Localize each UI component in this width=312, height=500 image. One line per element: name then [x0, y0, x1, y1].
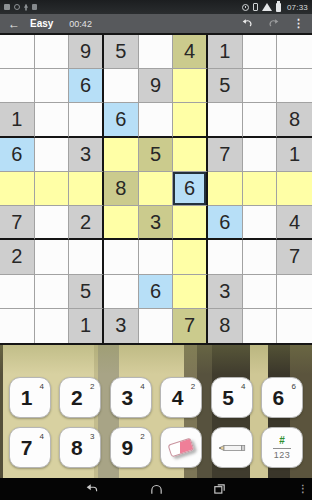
key-2-label: 2	[71, 386, 83, 410]
sudoku-board: 9541695168635718672364275631378	[0, 33, 312, 345]
cell-r1c1[interactable]	[0, 35, 35, 69]
usb-icon	[24, 4, 28, 11]
cell-r2c2[interactable]	[35, 69, 70, 103]
status-right-icons: 07:33	[242, 3, 308, 12]
cell-r2c4[interactable]	[104, 69, 139, 103]
cell-r4c6[interactable]	[173, 138, 208, 172]
status-bar: 07:33	[0, 0, 312, 14]
key-1[interactable]: 14	[9, 377, 51, 418]
keypad-row-2: 74 83 92 # 123	[0, 418, 312, 468]
cell-r8c1[interactable]	[0, 275, 35, 309]
cell-r3c5[interactable]	[139, 103, 174, 137]
cell-r1c9[interactable]	[277, 35, 312, 69]
cell-r5c7[interactable]	[208, 172, 243, 206]
cell-r2c6[interactable]	[173, 69, 208, 103]
cell-r7c9[interactable]: 7	[277, 240, 312, 274]
nav-recents-icon[interactable]	[212, 482, 227, 496]
cell-r8c5[interactable]: 6	[139, 275, 174, 309]
key-6-count: 6	[292, 382, 296, 391]
cell-r2c8[interactable]	[243, 69, 278, 103]
key-1-label: 1	[21, 386, 33, 410]
cell-r7c8[interactable]	[243, 240, 278, 274]
eraser-icon	[168, 438, 195, 458]
cell-r4c1[interactable]: 6	[0, 138, 35, 172]
cell-r9c6[interactable]: 7	[173, 309, 208, 343]
cell-r5c6[interactable]: 6	[173, 172, 208, 206]
key-3-count: 4	[140, 382, 144, 391]
input-mode-toggle-button[interactable]: # 123	[261, 427, 303, 468]
pencil-icon	[218, 444, 246, 452]
undo-icon[interactable]	[240, 18, 254, 30]
cell-r5c1[interactable]	[0, 172, 35, 206]
key-4-count: 2	[191, 382, 195, 391]
cell-r3c8[interactable]	[243, 103, 278, 137]
difficulty-title: Easy	[30, 18, 53, 29]
key-5-count: 4	[241, 382, 245, 391]
key-5-label: 5	[222, 386, 234, 410]
key-8-count: 3	[90, 432, 94, 441]
key-1-count: 4	[40, 382, 44, 391]
cell-r6c2[interactable]	[35, 206, 70, 240]
cell-r6c8[interactable]	[243, 206, 278, 240]
cell-r7c1[interactable]: 2	[0, 240, 35, 274]
cell-r3c7[interactable]	[208, 103, 243, 137]
cell-r3c4[interactable]: 6	[104, 103, 139, 137]
pencil-button[interactable]	[211, 427, 253, 468]
cell-r1c6[interactable]: 4	[173, 35, 208, 69]
back-arrow-icon[interactable]: ←	[8, 18, 20, 30]
cell-r4c3[interactable]: 3	[69, 138, 104, 172]
cell-r8c7[interactable]: 3	[208, 275, 243, 309]
cell-r2c7[interactable]: 5	[208, 69, 243, 103]
cell-r4c5[interactable]: 5	[139, 138, 174, 172]
cell-r5c3[interactable]	[69, 172, 104, 206]
cell-r9c5[interactable]	[139, 309, 174, 343]
key-7-label: 7	[21, 436, 33, 460]
cell-r9c8[interactable]	[243, 309, 278, 343]
cell-r5c5[interactable]	[139, 172, 174, 206]
cell-r3c3[interactable]	[69, 103, 104, 137]
cell-r2c9[interactable]	[277, 69, 312, 103]
key-3[interactable]: 34	[110, 377, 152, 418]
cell-r6c5[interactable]: 3	[139, 206, 174, 240]
cell-r1c7[interactable]: 1	[208, 35, 243, 69]
clock-text: 07:33	[287, 3, 308, 12]
nav-home-icon[interactable]	[149, 482, 164, 496]
key-4-label: 4	[172, 386, 184, 410]
cell-r3c6[interactable]	[173, 103, 208, 137]
cell-r5c2[interactable]	[35, 172, 70, 206]
keypad-row-1: 14 22 34 42 54 66	[0, 345, 312, 418]
key-6[interactable]: 66	[261, 377, 303, 418]
number-mode-icon: # 123	[273, 436, 291, 460]
toggle-hash-label: #	[279, 436, 285, 446]
cell-r9c4[interactable]: 3	[104, 309, 139, 343]
key-2[interactable]: 22	[59, 377, 101, 418]
cell-r3c2[interactable]	[35, 103, 70, 137]
battery-icon	[276, 3, 281, 12]
cell-r8c3[interactable]: 5	[69, 275, 104, 309]
cell-r4c9[interactable]: 1	[277, 138, 312, 172]
toggle-123-label: 123	[274, 451, 291, 460]
cell-r3c9[interactable]: 8	[277, 103, 312, 137]
eraser-button[interactable]	[160, 427, 202, 468]
key-3-label: 3	[121, 386, 133, 410]
cell-r6c4[interactable]	[104, 206, 139, 240]
key-4[interactable]: 42	[160, 377, 202, 418]
nav-menu-icon[interactable]: ⋮	[298, 482, 308, 496]
key-8-label: 8	[71, 436, 83, 460]
cell-r7c6[interactable]	[173, 240, 208, 274]
cell-r6c6[interactable]	[173, 206, 208, 240]
cell-r9c3[interactable]: 1	[69, 309, 104, 343]
toggle-divider	[273, 448, 291, 449]
overflow-menu-icon[interactable]: ⋮	[293, 18, 304, 29]
cell-r7c5[interactable]	[139, 240, 174, 274]
cell-r6c9[interactable]: 4	[277, 206, 312, 240]
cell-r3c1[interactable]: 1	[0, 103, 35, 137]
cell-r4c4[interactable]	[104, 138, 139, 172]
cell-r6c1[interactable]: 7	[0, 206, 35, 240]
cell-r9c1[interactable]	[0, 309, 35, 343]
cell-r1c3[interactable]: 9	[69, 35, 104, 69]
cell-r4c2[interactable]	[35, 138, 70, 172]
alarm-icon	[242, 4, 249, 11]
cell-r7c2[interactable]	[35, 240, 70, 274]
cell-r1c5[interactable]	[139, 35, 174, 69]
alert-icon	[14, 4, 20, 10]
key-5[interactable]: 54	[211, 377, 253, 418]
status-left-icons	[4, 4, 37, 11]
cell-r5c8[interactable]	[243, 172, 278, 206]
cell-r8c9[interactable]	[277, 275, 312, 309]
redo-icon[interactable]	[267, 18, 281, 30]
cell-r8c8[interactable]	[243, 275, 278, 309]
key-9[interactable]: 92	[110, 427, 152, 468]
cell-r2c5[interactable]: 9	[139, 69, 174, 103]
cell-r9c2[interactable]	[35, 309, 70, 343]
nav-bar: ⋮	[0, 478, 312, 500]
key-6-label: 6	[273, 386, 285, 410]
cell-r7c7[interactable]	[208, 240, 243, 274]
vibrate-icon	[253, 3, 258, 11]
storage-icon	[32, 4, 37, 10]
cell-r1c4[interactable]: 5	[104, 35, 139, 69]
cell-r6c7[interactable]: 6	[208, 206, 243, 240]
game-timer: 00:42	[69, 19, 92, 29]
key-9-count: 2	[140, 432, 144, 441]
cell-r7c4[interactable]	[104, 240, 139, 274]
cell-r4c8[interactable]	[243, 138, 278, 172]
cell-r1c2[interactable]	[35, 35, 70, 69]
cell-r7c3[interactable]	[69, 240, 104, 274]
key-9-label: 9	[121, 436, 133, 460]
cell-r9c7[interactable]: 8	[208, 309, 243, 343]
cell-r8c4[interactable]	[104, 275, 139, 309]
cell-r8c6[interactable]	[173, 275, 208, 309]
cell-r4c7[interactable]: 7	[208, 138, 243, 172]
key-7[interactable]: 74	[9, 427, 51, 468]
keypad-area: 14 22 34 42 54 66 74 83 92 # 123	[0, 345, 312, 478]
wifi-icon	[262, 3, 272, 11]
cell-r5c9[interactable]	[277, 172, 312, 206]
cell-r9c9[interactable]	[277, 309, 312, 343]
screenshot-icon	[4, 4, 10, 10]
nav-back-icon[interactable]	[85, 482, 100, 496]
cell-r6c3[interactable]: 2	[69, 206, 104, 240]
cell-r8c2[interactable]	[35, 275, 70, 309]
sudoku-app-screen: 07:33 ← Easy 00:42 ⋮ 9541695168635718672…	[0, 0, 312, 500]
cell-r1c8[interactable]	[243, 35, 278, 69]
cell-r2c1[interactable]	[0, 69, 35, 103]
key-7-count: 4	[40, 432, 44, 441]
app-bar: ← Easy 00:42 ⋮	[0, 14, 312, 33]
key-8[interactable]: 83	[59, 427, 101, 468]
cell-r5c4[interactable]: 8	[104, 172, 139, 206]
cell-r2c3[interactable]: 6	[69, 69, 104, 103]
key-2-count: 2	[90, 382, 94, 391]
